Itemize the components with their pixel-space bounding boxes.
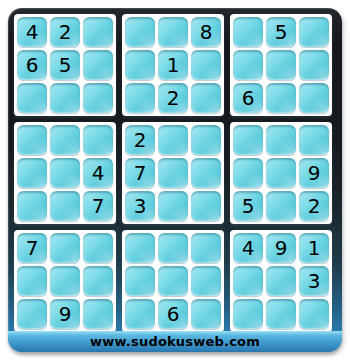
cell-r8c5[interactable] <box>158 266 188 296</box>
cell-r4c1[interactable] <box>17 125 47 155</box>
cell-r4c9[interactable] <box>299 125 329 155</box>
cell-r6c1[interactable] <box>17 191 47 221</box>
cell-r3c3[interactable] <box>83 83 113 113</box>
cell-r3c8[interactable] <box>266 83 296 113</box>
cell-r3c7[interactable]: 6 <box>233 83 263 113</box>
cell-r4c4[interactable]: 2 <box>125 125 155 155</box>
cell-r8c2[interactable] <box>50 266 80 296</box>
cell-r6c9[interactable]: 2 <box>299 191 329 221</box>
cell-r9c6[interactable] <box>191 299 221 329</box>
cell-r5c6[interactable] <box>191 158 221 188</box>
cell-r7c2[interactable] <box>50 233 80 263</box>
cell-r4c6[interactable] <box>191 125 221 155</box>
cell-r6c4[interactable]: 3 <box>125 191 155 221</box>
cell-r6c7[interactable]: 5 <box>233 191 263 221</box>
cell-r1c2[interactable]: 2 <box>50 17 80 47</box>
cell-r6c8[interactable] <box>266 191 296 221</box>
cell-r7c9[interactable]: 1 <box>299 233 329 263</box>
cell-r2c2[interactable]: 5 <box>50 50 80 80</box>
cell-r8c6[interactable] <box>191 266 221 296</box>
cell-r4c5[interactable] <box>158 125 188 155</box>
cell-r2c8[interactable] <box>266 50 296 80</box>
cell-r5c8[interactable] <box>266 158 296 188</box>
cell-r1c8[interactable]: 5 <box>266 17 296 47</box>
cell-r5c7[interactable] <box>233 158 263 188</box>
cell-r1c9[interactable] <box>299 17 329 47</box>
website-url: www.sudokusweb.com <box>90 334 260 349</box>
cell-r2c1[interactable]: 6 <box>17 50 47 80</box>
cell-r6c3[interactable]: 7 <box>83 191 113 221</box>
cell-r8c3[interactable] <box>83 266 113 296</box>
cell-r5c5[interactable] <box>158 158 188 188</box>
cell-r7c6[interactable] <box>191 233 221 263</box>
cell-r3c2[interactable] <box>50 83 80 113</box>
block-3-3: 4913 <box>230 230 332 332</box>
cell-r2c3[interactable] <box>83 50 113 80</box>
cell-r8c4[interactable] <box>125 266 155 296</box>
cell-r7c3[interactable] <box>83 233 113 263</box>
cell-r3c5[interactable]: 2 <box>158 83 188 113</box>
cell-r1c5[interactable] <box>158 17 188 47</box>
sudoku-grid: 426581256472739527964913 <box>14 14 332 332</box>
block-3-2: 6 <box>122 230 224 332</box>
block-3-1: 79 <box>14 230 116 332</box>
cell-r3c1[interactable] <box>17 83 47 113</box>
block-2-1: 47 <box>14 122 116 224</box>
cell-r9c7[interactable] <box>233 299 263 329</box>
block-1-1: 4265 <box>14 14 116 116</box>
cell-r2c5[interactable]: 1 <box>158 50 188 80</box>
cell-r6c6[interactable] <box>191 191 221 221</box>
cell-r8c8[interactable] <box>266 266 296 296</box>
cell-r4c7[interactable] <box>233 125 263 155</box>
cell-r9c4[interactable] <box>125 299 155 329</box>
block-2-3: 952 <box>230 122 332 224</box>
cell-r6c2[interactable] <box>50 191 80 221</box>
cell-r1c1[interactable]: 4 <box>17 17 47 47</box>
cell-r7c7[interactable]: 4 <box>233 233 263 263</box>
cell-r9c9[interactable] <box>299 299 329 329</box>
cell-r3c9[interactable] <box>299 83 329 113</box>
cell-r1c7[interactable] <box>233 17 263 47</box>
cell-r8c1[interactable] <box>17 266 47 296</box>
footer-banner: www.sudokusweb.com <box>8 331 342 352</box>
cell-r7c1[interactable]: 7 <box>17 233 47 263</box>
cell-r3c6[interactable] <box>191 83 221 113</box>
cell-r5c1[interactable] <box>17 158 47 188</box>
cell-r4c8[interactable] <box>266 125 296 155</box>
cell-r1c3[interactable] <box>83 17 113 47</box>
cell-r5c2[interactable] <box>50 158 80 188</box>
cell-r5c9[interactable]: 9 <box>299 158 329 188</box>
block-1-3: 56 <box>230 14 332 116</box>
cell-r5c3[interactable]: 4 <box>83 158 113 188</box>
cell-r8c7[interactable] <box>233 266 263 296</box>
cell-r9c1[interactable] <box>17 299 47 329</box>
cell-r4c3[interactable] <box>83 125 113 155</box>
cell-r1c4[interactable] <box>125 17 155 47</box>
cell-r4c2[interactable] <box>50 125 80 155</box>
cell-r9c5[interactable]: 6 <box>158 299 188 329</box>
cell-r6c5[interactable] <box>158 191 188 221</box>
cell-r2c4[interactable] <box>125 50 155 80</box>
cell-r8c9[interactable]: 3 <box>299 266 329 296</box>
cell-r9c3[interactable] <box>83 299 113 329</box>
cell-r7c8[interactable]: 9 <box>266 233 296 263</box>
cell-r3c4[interactable] <box>125 83 155 113</box>
cell-r7c5[interactable] <box>158 233 188 263</box>
cell-r2c7[interactable] <box>233 50 263 80</box>
cell-r2c9[interactable] <box>299 50 329 80</box>
cell-r9c2[interactable]: 9 <box>50 299 80 329</box>
board-frame: 426581256472739527964913 www.sudokusweb.… <box>8 8 342 352</box>
cell-r2c6[interactable] <box>191 50 221 80</box>
block-1-2: 812 <box>122 14 224 116</box>
cell-r5c4[interactable]: 7 <box>125 158 155 188</box>
cell-r9c8[interactable] <box>266 299 296 329</box>
cell-r7c4[interactable] <box>125 233 155 263</box>
block-2-2: 273 <box>122 122 224 224</box>
cell-r1c6[interactable]: 8 <box>191 17 221 47</box>
